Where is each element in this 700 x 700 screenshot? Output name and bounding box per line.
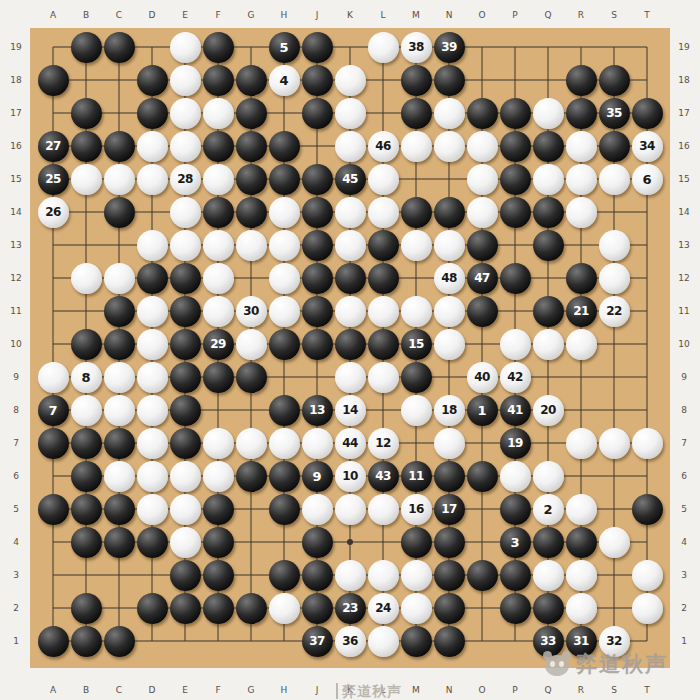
stone-G6	[236, 461, 267, 492]
col-label-bottom-B: B	[83, 685, 89, 695]
stone-C11	[104, 296, 135, 327]
stone-P15	[500, 164, 531, 195]
stone-R7	[566, 428, 597, 459]
stone-N4	[434, 527, 465, 558]
stone-Q11	[533, 296, 564, 327]
row-label-left-10: 10	[10, 339, 21, 349]
stone-G2	[236, 593, 267, 624]
stone-H12	[269, 263, 300, 294]
stone-R10	[566, 329, 597, 360]
col-label-top-G: G	[248, 10, 255, 20]
stone-E14	[170, 197, 201, 228]
stone-F13	[203, 230, 234, 261]
col-label-top-A: A	[50, 10, 56, 20]
stone-T17	[632, 98, 663, 129]
stone-J14	[302, 197, 333, 228]
stone-E13	[170, 230, 201, 261]
stone-H16	[269, 131, 300, 162]
row-label-left-18: 18	[10, 75, 21, 85]
move-number: 41	[507, 404, 523, 416]
move-32-stone-S1: 32	[599, 626, 630, 657]
row-label-left-11: 11	[10, 306, 21, 316]
move-number: 35	[606, 107, 622, 119]
stone-O15	[467, 164, 498, 195]
move-33-stone-Q1: 33	[533, 626, 564, 657]
col-label-top-J: J	[316, 10, 319, 20]
stone-B5	[71, 494, 102, 525]
move-number: 37	[309, 635, 325, 647]
stone-C4	[104, 527, 135, 558]
move-number: 42	[507, 371, 523, 383]
move-number: 22	[606, 305, 622, 317]
move-48-stone-N12: 48	[434, 263, 465, 294]
move-number: 26	[45, 206, 61, 218]
stone-L11	[368, 296, 399, 327]
stone-B12	[71, 263, 102, 294]
move-16-stone-M5: 16	[401, 494, 432, 525]
move-number: 38	[408, 41, 424, 53]
stone-F9	[203, 362, 234, 393]
move-35-stone-S17: 35	[599, 98, 630, 129]
stone-C14	[104, 197, 135, 228]
stone-M11	[401, 296, 432, 327]
move-22-stone-S11: 22	[599, 296, 630, 327]
row-label-left-14: 14	[10, 207, 21, 217]
stone-G14	[236, 197, 267, 228]
stone-S16	[599, 131, 630, 162]
col-label-bottom-L: L	[380, 685, 385, 695]
stone-L14	[368, 197, 399, 228]
stone-K10	[335, 329, 366, 360]
move-11-stone-M6: 11	[401, 461, 432, 492]
col-label-top-D: D	[149, 10, 156, 20]
col-label-bottom-Q: Q	[544, 685, 551, 695]
stone-B19	[71, 32, 102, 63]
stone-D4	[137, 527, 168, 558]
move-number: 28	[177, 173, 193, 185]
stone-E11	[170, 296, 201, 327]
stone-N13	[434, 230, 465, 261]
stone-F14	[203, 197, 234, 228]
stone-S15	[599, 164, 630, 195]
move-number: 10	[342, 470, 358, 482]
stone-H13	[269, 230, 300, 261]
stone-C19	[104, 32, 135, 63]
row-label-left-12: 12	[10, 273, 21, 283]
row-label-left-19: 19	[10, 42, 21, 52]
stone-D11	[137, 296, 168, 327]
row-label-right-7: 7	[681, 438, 687, 448]
stone-F6	[203, 461, 234, 492]
stone-O3	[467, 560, 498, 591]
stone-R14	[566, 197, 597, 228]
move-number: 30	[243, 305, 259, 317]
move-26-stone-A14: 26	[38, 197, 69, 228]
stone-G17	[236, 98, 267, 129]
stone-J7	[302, 428, 333, 459]
col-label-top-B: B	[83, 10, 89, 20]
move-45-stone-K15: 45	[335, 164, 366, 195]
col-label-top-L: L	[380, 10, 385, 20]
stone-E19	[170, 32, 201, 63]
stone-P12	[500, 263, 531, 294]
col-label-top-K: K	[347, 10, 353, 20]
move-number: 29	[210, 338, 226, 350]
stone-B8	[71, 395, 102, 426]
stone-G15	[236, 164, 267, 195]
stone-M2	[401, 593, 432, 624]
move-number: 34	[639, 140, 655, 152]
stone-P14	[500, 197, 531, 228]
stone-H10	[269, 329, 300, 360]
col-label-bottom-M: M	[412, 685, 420, 695]
move-number: 16	[408, 503, 424, 515]
move-number: 20	[540, 404, 556, 416]
stone-J11	[302, 296, 333, 327]
col-label-bottom-R: R	[578, 685, 584, 695]
row-label-left-13: 13	[10, 240, 21, 250]
stone-A1	[38, 626, 69, 657]
stone-D10	[137, 329, 168, 360]
row-label-left-5: 5	[13, 504, 19, 514]
move-number: 44	[342, 437, 358, 449]
move-6-stone-T15: 6	[632, 164, 663, 195]
row-label-right-10: 10	[678, 339, 689, 349]
stone-E5	[170, 494, 201, 525]
stone-J13	[302, 230, 333, 261]
row-label-right-6: 6	[681, 471, 687, 481]
stone-A18	[38, 65, 69, 96]
move-number: 18	[441, 404, 457, 416]
stone-M14	[401, 197, 432, 228]
move-number: 3	[510, 536, 519, 549]
stone-N6	[434, 461, 465, 492]
move-number: 21	[573, 305, 589, 317]
move-47-stone-O12: 47	[467, 263, 498, 294]
stone-J18	[302, 65, 333, 96]
col-label-bottom-A: A	[50, 685, 56, 695]
stone-Q3	[533, 560, 564, 591]
stone-N14	[434, 197, 465, 228]
col-label-top-N: N	[446, 10, 453, 20]
row-label-right-15: 15	[678, 174, 689, 184]
stone-A9	[38, 362, 69, 393]
col-label-top-T: T	[644, 10, 650, 20]
row-label-right-12: 12	[678, 273, 689, 283]
col-label-bottom-P: P	[512, 685, 517, 695]
star-point	[347, 539, 353, 545]
move-number: 40	[474, 371, 490, 383]
move-number: 36	[342, 635, 358, 647]
stone-H6	[269, 461, 300, 492]
move-number: 24	[375, 602, 391, 614]
stone-T3	[632, 560, 663, 591]
stone-C12	[104, 263, 135, 294]
stone-N1	[434, 626, 465, 657]
stone-R4	[566, 527, 597, 558]
move-number: 17	[441, 503, 457, 515]
move-13-stone-J8: 13	[302, 395, 333, 426]
row-label-right-1: 1	[681, 636, 687, 646]
col-label-top-P: P	[512, 10, 517, 20]
stone-O14	[467, 197, 498, 228]
move-44-stone-K7: 44	[335, 428, 366, 459]
col-label-bottom-N: N	[446, 685, 453, 695]
stone-C6	[104, 461, 135, 492]
stone-N16	[434, 131, 465, 162]
row-label-right-13: 13	[678, 240, 689, 250]
stone-R17	[566, 98, 597, 129]
move-number: 7	[48, 404, 57, 417]
watermark-bottom: 弈道秋声	[336, 683, 402, 700]
move-number: 15	[408, 338, 424, 350]
stone-G10	[236, 329, 267, 360]
stone-C5	[104, 494, 135, 525]
stone-J17	[302, 98, 333, 129]
stone-R12	[566, 263, 597, 294]
stone-H15	[269, 164, 300, 195]
stone-P5	[500, 494, 531, 525]
stone-K17	[335, 98, 366, 129]
stone-E17	[170, 98, 201, 129]
stone-H14	[269, 197, 300, 228]
stone-O16	[467, 131, 498, 162]
stone-L12	[368, 263, 399, 294]
col-label-top-C: C	[116, 10, 122, 20]
stone-K12	[335, 263, 366, 294]
stone-T7	[632, 428, 663, 459]
move-number: 32	[606, 635, 622, 647]
stone-B4	[71, 527, 102, 558]
stone-D6	[137, 461, 168, 492]
stone-D16	[137, 131, 168, 162]
stone-F7	[203, 428, 234, 459]
go-board[interactable]: 5383943527463425284562648473021222915840…	[30, 28, 670, 668]
stone-M17	[401, 98, 432, 129]
move-31-stone-R1: 31	[566, 626, 597, 657]
row-label-right-16: 16	[678, 141, 689, 151]
move-number: 27	[45, 140, 61, 152]
stone-D8	[137, 395, 168, 426]
move-number: 31	[573, 635, 589, 647]
move-40-stone-O9: 40	[467, 362, 498, 393]
stone-H7	[269, 428, 300, 459]
stone-O17	[467, 98, 498, 129]
stone-G9	[236, 362, 267, 393]
move-3-stone-P4: 3	[500, 527, 531, 558]
stone-E9	[170, 362, 201, 393]
stone-D13	[137, 230, 168, 261]
move-39-stone-N19: 39	[434, 32, 465, 63]
stone-G18	[236, 65, 267, 96]
stone-N18	[434, 65, 465, 96]
stone-G13	[236, 230, 267, 261]
move-number: 45	[342, 173, 358, 185]
stone-E12	[170, 263, 201, 294]
move-37-stone-J1: 37	[302, 626, 333, 657]
stone-F12	[203, 263, 234, 294]
go-diagram-page: { "game": "go", "title": "Go game diagra…	[0, 0, 700, 700]
row-label-right-18: 18	[678, 75, 689, 85]
col-label-top-E: E	[182, 10, 188, 20]
stone-N7	[434, 428, 465, 459]
stone-N11	[434, 296, 465, 327]
move-1-stone-O8: 1	[467, 395, 498, 426]
stone-C15	[104, 164, 135, 195]
stone-M1	[401, 626, 432, 657]
col-label-bottom-K: K	[347, 685, 353, 695]
stone-M9	[401, 362, 432, 393]
stone-N17	[434, 98, 465, 129]
stone-M4	[401, 527, 432, 558]
stone-F16	[203, 131, 234, 162]
stone-J12	[302, 263, 333, 294]
move-number: 14	[342, 404, 358, 416]
stone-A5	[38, 494, 69, 525]
stone-Q13	[533, 230, 564, 261]
stone-O13	[467, 230, 498, 261]
move-38-stone-M19: 38	[401, 32, 432, 63]
stone-P2	[500, 593, 531, 624]
stone-S4	[599, 527, 630, 558]
col-label-bottom-T: T	[644, 685, 650, 695]
stone-S13	[599, 230, 630, 261]
move-number: 23	[342, 602, 358, 614]
row-label-left-1: 1	[13, 636, 19, 646]
move-number: 1	[477, 404, 486, 417]
move-number: 33	[540, 635, 556, 647]
move-28-stone-E15: 28	[170, 164, 201, 195]
col-label-top-F: F	[215, 10, 220, 20]
stone-P10	[500, 329, 531, 360]
move-5-stone-H19: 5	[269, 32, 300, 63]
row-label-left-2: 2	[13, 603, 19, 613]
stone-K18	[335, 65, 366, 96]
stone-M18	[401, 65, 432, 96]
row-label-left-17: 17	[10, 108, 21, 118]
stone-S18	[599, 65, 630, 96]
stone-D5	[137, 494, 168, 525]
stone-J19	[302, 32, 333, 63]
col-label-bottom-D: D	[149, 685, 156, 695]
stone-E8	[170, 395, 201, 426]
move-7-stone-A8: 7	[38, 395, 69, 426]
move-2-stone-Q5: 2	[533, 494, 564, 525]
stone-F2	[203, 593, 234, 624]
row-label-left-3: 3	[13, 570, 19, 580]
stone-L15	[368, 164, 399, 195]
stone-L13	[368, 230, 399, 261]
move-15-stone-M10: 15	[401, 329, 432, 360]
stone-J5	[302, 494, 333, 525]
row-label-right-2: 2	[681, 603, 687, 613]
stone-J3	[302, 560, 333, 591]
stone-L1	[368, 626, 399, 657]
move-21-stone-R11: 21	[566, 296, 597, 327]
move-12-stone-L7: 12	[368, 428, 399, 459]
stone-L10	[368, 329, 399, 360]
col-label-top-R: R	[578, 10, 584, 20]
move-23-stone-K2: 23	[335, 593, 366, 624]
stone-P17	[500, 98, 531, 129]
stone-D12	[137, 263, 168, 294]
move-46-stone-L16: 46	[368, 131, 399, 162]
stone-R15	[566, 164, 597, 195]
stone-R3	[566, 560, 597, 591]
move-18-stone-N8: 18	[434, 395, 465, 426]
stone-F5	[203, 494, 234, 525]
stone-Q16	[533, 131, 564, 162]
move-27-stone-A16: 27	[38, 131, 69, 162]
stone-B2	[71, 593, 102, 624]
col-label-top-M: M	[412, 10, 420, 20]
stone-K16	[335, 131, 366, 162]
stone-M3	[401, 560, 432, 591]
stone-H8	[269, 395, 300, 426]
row-label-right-5: 5	[681, 504, 687, 514]
stone-R18	[566, 65, 597, 96]
stone-C9	[104, 362, 135, 393]
stone-N2	[434, 593, 465, 624]
stone-D18	[137, 65, 168, 96]
stone-R2	[566, 593, 597, 624]
stone-K14	[335, 197, 366, 228]
stone-D7	[137, 428, 168, 459]
stone-S7	[599, 428, 630, 459]
stone-K13	[335, 230, 366, 261]
row-label-left-6: 6	[13, 471, 19, 481]
col-label-bottom-H: H	[281, 685, 288, 695]
row-label-left-9: 9	[13, 372, 19, 382]
stone-L5	[368, 494, 399, 525]
stone-Q6	[533, 461, 564, 492]
move-29-stone-F10: 29	[203, 329, 234, 360]
stone-J15	[302, 164, 333, 195]
row-label-left-16: 16	[10, 141, 21, 151]
col-label-top-O: O	[478, 10, 485, 20]
stone-Q17	[533, 98, 564, 129]
move-19-stone-P7: 19	[500, 428, 531, 459]
stone-H5	[269, 494, 300, 525]
stone-L19	[368, 32, 399, 63]
move-number: 5	[279, 41, 288, 54]
stone-F11	[203, 296, 234, 327]
stone-F15	[203, 164, 234, 195]
stone-E10	[170, 329, 201, 360]
stone-D17	[137, 98, 168, 129]
move-24-stone-L2: 24	[368, 593, 399, 624]
stone-E3	[170, 560, 201, 591]
stone-D15	[137, 164, 168, 195]
col-label-bottom-F: F	[215, 685, 220, 695]
stone-J2	[302, 593, 333, 624]
stone-D2	[137, 593, 168, 624]
stone-H3	[269, 560, 300, 591]
stone-N3	[434, 560, 465, 591]
move-number: 19	[507, 437, 523, 449]
stone-B10	[71, 329, 102, 360]
stone-E2	[170, 593, 201, 624]
move-36-stone-K1: 36	[335, 626, 366, 657]
stone-Q15	[533, 164, 564, 195]
move-9-stone-J6: 9	[302, 461, 333, 492]
stone-L9	[368, 362, 399, 393]
stone-B16	[71, 131, 102, 162]
move-30-stone-G11: 30	[236, 296, 267, 327]
stone-P3	[500, 560, 531, 591]
move-number: 11	[408, 470, 424, 482]
stone-R5	[566, 494, 597, 525]
